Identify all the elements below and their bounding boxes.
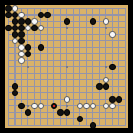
black-stone[interactable] [5, 12, 11, 18]
black-stone[interactable] [90, 18, 96, 24]
white-stone[interactable] [18, 51, 24, 57]
white-stone[interactable] [103, 18, 109, 24]
white-stone[interactable] [103, 77, 109, 83]
go-game-screenshot [0, 0, 133, 133]
black-stone[interactable] [12, 12, 18, 18]
black-stone[interactable] [109, 64, 115, 70]
last-move-marker [53, 105, 55, 107]
black-stone[interactable] [25, 109, 31, 115]
white-stone[interactable] [90, 103, 96, 109]
black-stone[interactable] [5, 5, 11, 11]
white-stone[interactable] [18, 44, 24, 50]
white-stone[interactable] [109, 103, 115, 109]
black-stone[interactable] [18, 31, 24, 37]
black-stone[interactable] [90, 122, 96, 128]
black-stone[interactable] [18, 103, 24, 109]
black-stone[interactable] [31, 25, 37, 31]
black-stone[interactable] [12, 25, 18, 31]
white-stone[interactable] [18, 57, 24, 63]
black-stone[interactable] [38, 12, 44, 18]
white-stone[interactable] [83, 103, 89, 109]
white-stone[interactable] [103, 103, 109, 109]
black-stone[interactable] [12, 90, 18, 96]
white-stone[interactable] [109, 31, 115, 37]
white-stone[interactable] [18, 12, 24, 18]
white-stone[interactable] [77, 103, 83, 109]
go-board[interactable] [5, 5, 129, 129]
black-stone[interactable] [18, 38, 24, 44]
black-stone[interactable] [116, 96, 122, 102]
black-stone[interactable] [57, 109, 63, 115]
white-stone[interactable] [38, 25, 44, 31]
white-stone[interactable] [12, 38, 18, 44]
black-stone[interactable] [51, 103, 57, 109]
white-stone[interactable] [38, 103, 44, 109]
white-stone[interactable] [64, 96, 70, 102]
black-stone[interactable] [12, 83, 18, 89]
black-stone[interactable] [64, 18, 70, 24]
black-stone[interactable] [12, 18, 18, 24]
intersection[interactable] [122, 122, 129, 129]
white-stone[interactable] [31, 18, 37, 24]
white-stone[interactable] [12, 5, 18, 11]
black-stone[interactable] [25, 51, 31, 57]
black-stone[interactable] [103, 83, 109, 89]
white-stone[interactable] [31, 103, 37, 109]
black-stone[interactable] [5, 25, 11, 31]
black-stone[interactable] [25, 44, 31, 50]
white-stone[interactable] [25, 25, 31, 31]
black-stone[interactable] [12, 31, 18, 37]
black-stone[interactable] [18, 25, 24, 31]
black-stone[interactable] [77, 116, 83, 122]
black-stone[interactable] [25, 18, 31, 24]
black-stone[interactable] [18, 18, 24, 24]
black-stone[interactable] [38, 44, 44, 50]
black-stone[interactable] [109, 96, 115, 102]
black-stone[interactable] [64, 109, 70, 115]
black-stone[interactable] [44, 12, 50, 18]
black-stone[interactable] [96, 83, 102, 89]
